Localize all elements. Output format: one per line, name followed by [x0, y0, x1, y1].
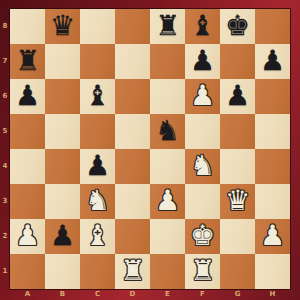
rank-label-1: 1 [0, 254, 10, 289]
square-c2[interactable]: ♝ [80, 219, 115, 254]
square-d4[interactable] [115, 149, 150, 184]
square-c1[interactable] [80, 254, 115, 289]
file-label-b: B [45, 289, 80, 300]
square-d1[interactable]: ♜ [115, 254, 150, 289]
square-e2[interactable] [150, 219, 185, 254]
square-b7[interactable] [45, 44, 80, 79]
white-pawn: ♟ [255, 219, 290, 254]
square-f2[interactable]: ♚ [185, 219, 220, 254]
square-c8[interactable] [80, 9, 115, 44]
square-a7[interactable]: ♜ [10, 44, 45, 79]
square-h3[interactable] [255, 184, 290, 219]
square-a4[interactable] [10, 149, 45, 184]
white-king: ♚ [185, 219, 220, 254]
file-label-d: D [115, 289, 150, 300]
square-g1[interactable] [220, 254, 255, 289]
square-h5[interactable] [255, 114, 290, 149]
square-f1[interactable]: ♜ [185, 254, 220, 289]
black-bishop: ♝ [80, 79, 115, 114]
square-d8[interactable] [115, 9, 150, 44]
square-a6[interactable]: ♟ [10, 79, 45, 114]
black-bishop: ♝ [185, 9, 220, 44]
white-pawn: ♟ [10, 219, 45, 254]
file-label-g: G [220, 289, 255, 300]
square-e3[interactable]: ♟ [150, 184, 185, 219]
black-pawn: ♟ [45, 219, 80, 254]
square-e1[interactable] [150, 254, 185, 289]
black-rook: ♜ [150, 9, 185, 44]
white-queen: ♛ [220, 184, 255, 219]
rank-label-5: 5 [0, 114, 10, 149]
white-rook: ♜ [115, 254, 150, 289]
square-a3[interactable] [10, 184, 45, 219]
square-c4[interactable]: ♟ [80, 149, 115, 184]
white-knight: ♞ [80, 184, 115, 219]
square-g5[interactable] [220, 114, 255, 149]
rank-label-8: 8 [0, 9, 10, 44]
white-pawn: ♟ [185, 79, 220, 114]
square-e4[interactable] [150, 149, 185, 184]
rank-label-6: 6 [0, 79, 10, 114]
square-f8[interactable]: ♝ [185, 9, 220, 44]
square-g4[interactable] [220, 149, 255, 184]
black-pawn: ♟ [185, 44, 220, 79]
square-h7[interactable]: ♟ [255, 44, 290, 79]
square-g6[interactable]: ♟ [220, 79, 255, 114]
square-g8[interactable]: ♚ [220, 9, 255, 44]
black-pawn: ♟ [255, 44, 290, 79]
rank-label-3: 3 [0, 184, 10, 219]
square-d2[interactable] [115, 219, 150, 254]
square-h2[interactable]: ♟ [255, 219, 290, 254]
square-b1[interactable] [45, 254, 80, 289]
black-pawn: ♟ [220, 79, 255, 114]
black-pawn: ♟ [10, 79, 45, 114]
square-d6[interactable] [115, 79, 150, 114]
square-d5[interactable] [115, 114, 150, 149]
square-b4[interactable] [45, 149, 80, 184]
square-g2[interactable] [220, 219, 255, 254]
square-f7[interactable]: ♟ [185, 44, 220, 79]
square-a2[interactable]: ♟ [10, 219, 45, 254]
square-f6[interactable]: ♟ [185, 79, 220, 114]
square-c7[interactable] [80, 44, 115, 79]
square-g3[interactable]: ♛ [220, 184, 255, 219]
square-h4[interactable] [255, 149, 290, 184]
black-rook: ♜ [10, 44, 45, 79]
square-a5[interactable] [10, 114, 45, 149]
square-f4[interactable]: ♞ [185, 149, 220, 184]
file-label-e: E [150, 289, 185, 300]
square-e7[interactable] [150, 44, 185, 79]
square-b3[interactable] [45, 184, 80, 219]
white-knight: ♞ [185, 149, 220, 184]
rank-label-2: 2 [0, 219, 10, 254]
black-king: ♚ [220, 9, 255, 44]
file-label-h: H [255, 289, 290, 300]
black-pawn: ♟ [80, 149, 115, 184]
white-rook: ♜ [185, 254, 220, 289]
square-d7[interactable] [115, 44, 150, 79]
chess-board: ♛♜♝♚♜♟♟♟♝♟♟♞♟♞♞♟♛♟♟♝♚♟♜♜ [10, 9, 290, 289]
file-label-c: C [80, 289, 115, 300]
square-a8[interactable] [10, 9, 45, 44]
square-f3[interactable] [185, 184, 220, 219]
square-c5[interactable] [80, 114, 115, 149]
rank-label-4: 4 [0, 149, 10, 184]
square-b2[interactable]: ♟ [45, 219, 80, 254]
square-e8[interactable]: ♜ [150, 9, 185, 44]
square-e6[interactable] [150, 79, 185, 114]
square-e5[interactable]: ♞ [150, 114, 185, 149]
square-f5[interactable] [185, 114, 220, 149]
rank-label-7: 7 [0, 44, 10, 79]
white-pawn: ♟ [150, 184, 185, 219]
file-label-f: F [185, 289, 220, 300]
chess-diagram-frame: ♛♜♝♚♜♟♟♟♝♟♟♞♟♞♞♟♛♟♟♝♚♟♜♜ 87654321 ABCDEF… [0, 0, 300, 300]
square-b5[interactable] [45, 114, 80, 149]
square-d3[interactable] [115, 184, 150, 219]
square-g7[interactable] [220, 44, 255, 79]
square-b8[interactable]: ♛ [45, 9, 80, 44]
square-b6[interactable] [45, 79, 80, 114]
black-queen: ♛ [45, 9, 80, 44]
square-c3[interactable]: ♞ [80, 184, 115, 219]
square-a1[interactable] [10, 254, 45, 289]
square-h8[interactable] [255, 9, 290, 44]
square-h1[interactable] [255, 254, 290, 289]
square-c6[interactable]: ♝ [80, 79, 115, 114]
white-bishop: ♝ [80, 219, 115, 254]
black-knight: ♞ [150, 114, 185, 149]
square-h6[interactable] [255, 79, 290, 114]
file-label-a: A [10, 289, 45, 300]
